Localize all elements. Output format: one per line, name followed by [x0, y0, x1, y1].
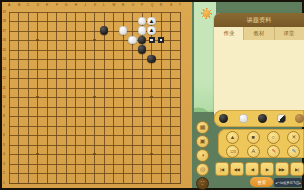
- row-label: 18: [2, 19, 6, 23]
- triangle-mark-tool[interactable]: ▲: [226, 131, 239, 144]
- tab-教材[interactable]: 教材: [244, 27, 274, 40]
- white-stone[interactable]: [138, 26, 147, 35]
- star-point: [36, 39, 39, 42]
- stone-selector-bar: [214, 110, 304, 127]
- square-mark[interactable]: [149, 37, 155, 43]
- lesson-title-badge[interactable]: ◂一间低夹与飞压▸: [274, 178, 302, 187]
- row-label: 4: [3, 152, 5, 156]
- row-label: 2: [3, 171, 5, 175]
- row-label: 7: [3, 124, 5, 128]
- row-label: 3: [3, 162, 5, 166]
- card-tabs: 作业教材课堂: [214, 27, 304, 40]
- col-label: G: [65, 3, 68, 7]
- star-point: [93, 96, 96, 99]
- col-label: K: [93, 3, 95, 7]
- row-label: 12: [2, 76, 6, 80]
- star-point: [36, 153, 39, 156]
- blue-pen-tool-icon: ✎: [291, 148, 296, 154]
- square-mark-tool-icon: ■: [252, 134, 255, 140]
- right-panel: 讲题资料 作业教材课堂 ▦▣◑◎∵ ▲■○✕123A✎✎ |◀◀◀◀▶▶▶▶| …: [192, 0, 304, 190]
- triangle-mark-icon: ▲: [149, 27, 155, 33]
- board-grid[interactable]: [9, 12, 181, 184]
- col-label: P: [141, 3, 143, 7]
- decorative-hills: [194, 2, 216, 112]
- white-stone[interactable]: [119, 26, 128, 35]
- letter-mark-tool-icon: A: [252, 148, 256, 154]
- white-stone[interactable]: ▲: [147, 17, 156, 26]
- nav-back-button-icon: ◀: [251, 167, 254, 171]
- col-label: Q: [150, 3, 153, 7]
- triangle-mark-tool-icon: ▲: [230, 134, 236, 140]
- white-stone[interactable]: ▲: [147, 26, 156, 35]
- stone-tool-button[interactable]: ◑: [196, 149, 209, 162]
- col-label: S: [169, 3, 171, 7]
- number-mark-tool[interactable]: 123: [226, 145, 239, 158]
- row-label: 19: [2, 10, 6, 14]
- row-label: 11: [2, 86, 5, 90]
- square-mark-inner: [160, 39, 163, 42]
- white-stone[interactable]: [128, 36, 137, 45]
- square-mark[interactable]: [158, 37, 164, 43]
- col-label: L: [103, 3, 105, 7]
- app-window: ABCDEFGHJKLMNOPQRST191817161514131211109…: [0, 0, 304, 190]
- star-point: [150, 153, 153, 156]
- row-label: 13: [2, 67, 6, 71]
- row-label: 6: [3, 133, 5, 137]
- erase-stone-tool[interactable]: [295, 114, 304, 123]
- card-title: 讲题资料: [214, 13, 304, 27]
- col-label: B: [17, 3, 19, 7]
- dice-tool-button[interactable]: ∵: [196, 177, 209, 190]
- star-point: [150, 96, 153, 99]
- col-label: O: [131, 3, 134, 7]
- cross-mark-tool-icon: ✕: [291, 134, 296, 140]
- col-label: E: [46, 3, 48, 7]
- circle-mark-tool[interactable]: ○: [267, 131, 280, 144]
- alternate-black-tool[interactable]: [258, 114, 267, 123]
- black-stone-tool[interactable]: [219, 114, 228, 123]
- nav-back-button[interactable]: ◀: [245, 162, 259, 176]
- red-pen-tool[interactable]: ✎: [267, 145, 280, 158]
- col-label: M: [112, 3, 115, 7]
- nav-fast-forward-button[interactable]: ▶▶: [275, 162, 289, 176]
- nav-first-button-icon: |◀: [220, 167, 223, 171]
- answer-button[interactable]: 答案: [250, 177, 273, 187]
- square-mark-inner: [150, 39, 153, 42]
- star-point: [93, 153, 96, 156]
- star-point: [93, 39, 96, 42]
- col-label: N: [122, 3, 124, 7]
- red-pen-tool-icon: ✎: [271, 148, 276, 154]
- letter-mark-tool[interactable]: A: [247, 145, 260, 158]
- triangle-mark-icon: ▲: [149, 18, 155, 24]
- alternate-stone-tool[interactable]: [277, 114, 286, 123]
- col-label: R: [160, 3, 162, 7]
- row-label: 1: [3, 181, 5, 185]
- go-board[interactable]: ABCDEFGHJKLMNOPQRST191817161514131211109…: [0, 0, 192, 190]
- nav-fast-back-button[interactable]: ◀◀: [230, 162, 244, 176]
- cross-mark-tool[interactable]: ✕: [287, 131, 300, 144]
- square-mark-tool[interactable]: ■: [247, 131, 260, 144]
- markup-tools-card: ▲■○✕123A✎✎: [218, 129, 304, 158]
- white-stone-tool[interactable]: [239, 114, 248, 123]
- col-label: H: [74, 3, 76, 7]
- blue-pen-tool[interactable]: ✎: [287, 145, 300, 158]
- star-point: [36, 96, 39, 99]
- nav-fast-forward-button-icon: ▶▶: [279, 167, 285, 171]
- col-label: F: [55, 3, 57, 7]
- circle-tool-button[interactable]: ◎: [196, 163, 209, 176]
- black-stone[interactable]: [147, 55, 156, 64]
- row-label: 15: [2, 48, 6, 52]
- card-tool-button[interactable]: ▣: [196, 135, 209, 148]
- row-label: 17: [2, 29, 6, 33]
- nav-forward-button-icon: ▶: [266, 167, 269, 171]
- col-label: J: [84, 3, 86, 7]
- board-tool-button[interactable]: ▦: [196, 121, 209, 134]
- sun-icon: [201, 8, 212, 19]
- row-label: 9: [3, 105, 5, 109]
- col-label: T: [179, 3, 181, 7]
- tab-课堂[interactable]: 课堂: [275, 27, 304, 40]
- col-label: A: [8, 3, 10, 7]
- row-label: 5: [3, 143, 5, 147]
- nav-first-button[interactable]: |◀: [215, 162, 229, 176]
- black-stone[interactable]: [100, 26, 109, 35]
- circle-mark-tool-icon: ○: [272, 134, 275, 140]
- nav-forward-button[interactable]: ▶: [260, 162, 274, 176]
- materials-card: 讲题资料 作业教材课堂: [214, 13, 304, 119]
- col-label: D: [36, 3, 38, 7]
- nav-last-button[interactable]: ▶|: [290, 162, 304, 176]
- nav-last-button-icon: ▶|: [295, 167, 298, 171]
- black-stone[interactable]: [138, 45, 147, 54]
- nav-fast-back-button-icon: ◀◀: [234, 167, 240, 171]
- col-label: C: [27, 3, 29, 7]
- row-label: 10: [2, 95, 6, 99]
- row-label: 16: [2, 38, 6, 42]
- tab-作业[interactable]: 作业: [214, 27, 244, 40]
- row-label: 14: [2, 57, 6, 61]
- number-mark-tool-icon: 123: [230, 149, 236, 153]
- row-label: 8: [3, 114, 5, 118]
